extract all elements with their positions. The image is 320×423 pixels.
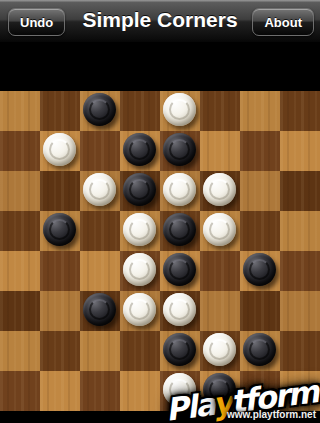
square-r3c7[interactable] (280, 211, 320, 251)
square-r3c4[interactable] (160, 211, 200, 251)
square-r0c4[interactable] (160, 91, 200, 131)
square-r5c0[interactable] (0, 291, 40, 331)
square-r6c3[interactable] (120, 331, 160, 371)
background-gap (0, 42, 320, 91)
white-piece[interactable] (203, 333, 236, 366)
square-r1c2[interactable] (80, 131, 120, 171)
square-r6c5[interactable] (200, 331, 240, 371)
black-piece[interactable] (243, 333, 276, 366)
square-r6c2[interactable] (80, 331, 120, 371)
square-r1c7[interactable] (280, 131, 320, 171)
navigation-bar: Undo Simple Corners About (0, 0, 320, 42)
square-r7c0[interactable] (0, 371, 40, 411)
square-r3c3[interactable] (120, 211, 160, 251)
white-piece[interactable] (163, 373, 196, 406)
square-r7c6[interactable] (240, 371, 280, 411)
square-r4c6[interactable] (240, 251, 280, 291)
square-r6c6[interactable] (240, 331, 280, 371)
white-piece[interactable] (83, 173, 116, 206)
square-r0c6[interactable] (240, 91, 280, 131)
square-r1c4[interactable] (160, 131, 200, 171)
square-r5c5[interactable] (200, 291, 240, 331)
checkers-board (0, 91, 320, 411)
square-r4c5[interactable] (200, 251, 240, 291)
square-r0c2[interactable] (80, 91, 120, 131)
square-r3c0[interactable] (0, 211, 40, 251)
square-r7c1[interactable] (40, 371, 80, 411)
square-r0c7[interactable] (280, 91, 320, 131)
bottom-strip (0, 411, 320, 423)
square-r1c5[interactable] (200, 131, 240, 171)
square-r5c1[interactable] (40, 291, 80, 331)
square-r2c2[interactable] (80, 171, 120, 211)
square-r0c5[interactable] (200, 91, 240, 131)
black-piece[interactable] (43, 213, 76, 246)
square-r7c7[interactable] (280, 371, 320, 411)
square-r6c7[interactable] (280, 331, 320, 371)
white-piece[interactable] (123, 293, 156, 326)
square-r2c1[interactable] (40, 171, 80, 211)
square-r1c3[interactable] (120, 131, 160, 171)
black-piece[interactable] (83, 93, 116, 126)
square-r3c2[interactable] (80, 211, 120, 251)
square-r0c0[interactable] (0, 91, 40, 131)
square-r0c1[interactable] (40, 91, 80, 131)
black-piece[interactable] (243, 253, 276, 286)
black-piece[interactable] (123, 173, 156, 206)
square-r1c6[interactable] (240, 131, 280, 171)
square-r7c4[interactable] (160, 371, 200, 411)
white-piece[interactable] (43, 133, 76, 166)
about-button[interactable]: About (252, 8, 314, 36)
square-r4c1[interactable] (40, 251, 80, 291)
square-r7c3[interactable] (120, 371, 160, 411)
white-piece[interactable] (163, 293, 196, 326)
square-r4c7[interactable] (280, 251, 320, 291)
square-r3c5[interactable] (200, 211, 240, 251)
square-r1c1[interactable] (40, 131, 80, 171)
square-r2c6[interactable] (240, 171, 280, 211)
square-r5c4[interactable] (160, 291, 200, 331)
square-r7c5[interactable] (200, 371, 240, 411)
app-screen: Undo Simple Corners About Playtform www.… (0, 0, 320, 423)
white-piece[interactable] (123, 213, 156, 246)
black-piece[interactable] (123, 133, 156, 166)
square-r2c0[interactable] (0, 171, 40, 211)
black-piece[interactable] (163, 253, 196, 286)
square-r4c3[interactable] (120, 251, 160, 291)
square-r3c6[interactable] (240, 211, 280, 251)
square-r1c0[interactable] (0, 131, 40, 171)
black-piece[interactable] (83, 293, 116, 326)
undo-button[interactable]: Undo (8, 8, 65, 36)
square-r6c0[interactable] (0, 331, 40, 371)
square-r4c4[interactable] (160, 251, 200, 291)
white-piece[interactable] (203, 213, 236, 246)
square-r5c2[interactable] (80, 291, 120, 331)
white-piece[interactable] (163, 93, 196, 126)
square-r5c3[interactable] (120, 291, 160, 331)
square-r4c0[interactable] (0, 251, 40, 291)
black-piece[interactable] (203, 373, 236, 406)
square-r4c2[interactable] (80, 251, 120, 291)
square-r2c3[interactable] (120, 171, 160, 211)
square-r5c7[interactable] (280, 291, 320, 331)
white-piece[interactable] (123, 253, 156, 286)
square-r7c2[interactable] (80, 371, 120, 411)
black-piece[interactable] (163, 333, 196, 366)
square-r6c1[interactable] (40, 331, 80, 371)
black-piece[interactable] (163, 133, 196, 166)
square-r2c5[interactable] (200, 171, 240, 211)
square-r2c4[interactable] (160, 171, 200, 211)
white-piece[interactable] (203, 173, 236, 206)
square-r2c7[interactable] (280, 171, 320, 211)
white-piece[interactable] (163, 173, 196, 206)
square-r0c3[interactable] (120, 91, 160, 131)
black-piece[interactable] (163, 213, 196, 246)
square-r6c4[interactable] (160, 331, 200, 371)
square-r3c1[interactable] (40, 211, 80, 251)
square-r5c6[interactable] (240, 291, 280, 331)
